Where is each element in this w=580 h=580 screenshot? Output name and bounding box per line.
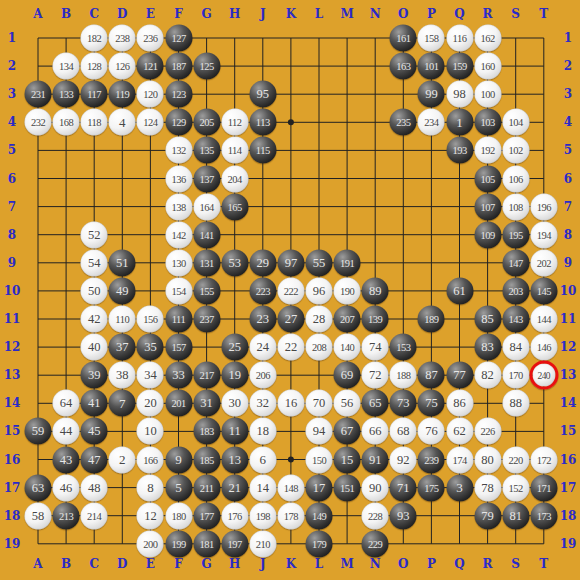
- stone-white-E14: 20: [137, 390, 164, 417]
- stone-black-K11: 27: [277, 306, 304, 333]
- stone-black-Q17: 3: [446, 474, 473, 501]
- col-label-top-Q: Q: [454, 8, 464, 20]
- stone-black-G8: 141: [193, 221, 220, 248]
- stone-white-L12: 208: [306, 334, 333, 361]
- col-label-top-R: R: [483, 8, 493, 20]
- stone-white-N17: 90: [362, 474, 389, 501]
- stone-white-E19: 200: [137, 530, 164, 557]
- stone-white-M10: 190: [334, 277, 361, 304]
- stone-white-O15: 68: [390, 418, 417, 445]
- stone-black-C13: 39: [81, 362, 108, 389]
- col-label-bottom-F: F: [174, 558, 183, 570]
- stone-white-Q1: 116: [446, 25, 473, 52]
- stone-black-L9: 55: [306, 249, 333, 276]
- stone-white-N15: 66: [362, 418, 389, 445]
- stone-white-B14: 64: [53, 390, 80, 417]
- row-label-left-11: 11: [4, 313, 21, 325]
- stone-black-Q10: 61: [446, 277, 473, 304]
- stone-white-E11: 156: [137, 306, 164, 333]
- row-label-right-19: 19: [560, 538, 577, 550]
- col-label-top-F: F: [174, 8, 183, 20]
- stone-black-P16: 239: [418, 446, 445, 473]
- stone-white-R5: 192: [474, 137, 501, 164]
- stone-black-O2: 163: [390, 53, 417, 80]
- row-label-right-13: 13: [560, 369, 577, 381]
- stone-black-O18: 93: [390, 502, 417, 529]
- stone-white-P15: 76: [418, 418, 445, 445]
- stone-white-K17: 148: [277, 474, 304, 501]
- stone-black-G14: 31: [193, 390, 220, 417]
- star-point-K4: [288, 119, 294, 125]
- stone-black-C14: 41: [81, 390, 108, 417]
- stone-black-F3: 123: [165, 81, 192, 108]
- stone-black-O4: 235: [390, 109, 417, 136]
- stone-white-T7: 196: [530, 193, 557, 220]
- go-board[interactable]: AABBCCDDEEFFGGHHJJKKLLMMNNOOPPQQRRSSTT11…: [0, 0, 580, 580]
- stone-black-L18: 149: [306, 502, 333, 529]
- stone-white-Q15: 62: [446, 418, 473, 445]
- col-label-top-K: K: [286, 8, 296, 20]
- stone-black-N10: 89: [362, 277, 389, 304]
- stone-black-D3: 119: [109, 81, 136, 108]
- row-label-left-1: 1: [8, 32, 16, 44]
- stone-black-P3: 99: [418, 81, 445, 108]
- stone-white-H6: 204: [221, 165, 248, 192]
- stone-white-B17: 46: [53, 474, 80, 501]
- stone-white-H14: 30: [221, 390, 248, 417]
- row-label-left-14: 14: [4, 397, 21, 409]
- col-label-bottom-A: A: [33, 558, 42, 570]
- stone-black-R18: 79: [474, 502, 501, 529]
- stone-black-H13: 19: [221, 362, 248, 389]
- stone-white-S17: 152: [502, 474, 529, 501]
- col-label-bottom-B: B: [61, 558, 71, 570]
- stone-black-R7: 107: [474, 193, 501, 220]
- stone-white-H18: 176: [221, 502, 248, 529]
- stone-white-R16: 80: [474, 446, 501, 473]
- stone-white-C2: 128: [81, 53, 108, 80]
- stone-white-J12: 24: [249, 334, 276, 361]
- stone-black-G18: 177: [193, 502, 220, 529]
- stone-black-J10: 223: [249, 277, 276, 304]
- stone-black-S8: 195: [502, 221, 529, 248]
- stone-black-R12: 83: [474, 334, 501, 361]
- stone-black-S9: 147: [502, 249, 529, 276]
- row-label-left-15: 15: [4, 425, 21, 437]
- stone-black-L19: 179: [306, 530, 333, 557]
- stone-white-C10: 50: [81, 277, 108, 304]
- stone-white-F6: 136: [165, 165, 192, 192]
- col-label-top-M: M: [340, 8, 353, 20]
- stone-black-O12: 153: [390, 334, 417, 361]
- stone-black-F4: 129: [165, 109, 192, 136]
- stone-white-J17: 14: [249, 474, 276, 501]
- stone-white-T12: 146: [530, 334, 557, 361]
- stone-black-H17: 21: [221, 474, 248, 501]
- stone-white-Q3: 98: [446, 81, 473, 108]
- stone-white-D11: 110: [109, 306, 136, 333]
- stone-white-J16: 6: [249, 446, 276, 473]
- stone-black-T10: 145: [530, 277, 557, 304]
- stone-black-T17: 171: [530, 474, 557, 501]
- row-label-right-3: 3: [564, 88, 572, 100]
- row-label-left-12: 12: [4, 341, 21, 353]
- stone-white-C1: 182: [81, 25, 108, 52]
- stone-white-F18: 180: [165, 502, 192, 529]
- col-label-top-G: G: [201, 8, 211, 20]
- stone-black-M9: 191: [334, 249, 361, 276]
- col-label-top-A: A: [33, 8, 42, 20]
- stone-white-J19: 210: [249, 530, 276, 557]
- stone-black-J9: 29: [249, 249, 276, 276]
- stone-black-R4: 103: [474, 109, 501, 136]
- stone-white-P4: 234: [418, 109, 445, 136]
- stone-white-M14: 56: [334, 390, 361, 417]
- stone-black-F19: 199: [165, 530, 192, 557]
- stone-black-A15: 59: [25, 418, 52, 445]
- stone-black-G10: 155: [193, 277, 220, 304]
- col-label-top-H: H: [229, 8, 240, 20]
- stone-white-C4: 118: [81, 109, 108, 136]
- stone-white-A4: 232: [25, 109, 52, 136]
- stone-black-Q4: 1: [446, 109, 473, 136]
- stone-white-A18: 58: [25, 502, 52, 529]
- stone-black-T18: 173: [530, 502, 557, 529]
- stone-black-F14: 201: [165, 390, 192, 417]
- row-label-right-2: 2: [564, 60, 572, 72]
- stone-white-E13: 34: [137, 362, 164, 389]
- stone-white-S16: 220: [502, 446, 529, 473]
- stone-black-M16: 15: [334, 446, 361, 473]
- stone-black-B16: 43: [53, 446, 80, 473]
- stone-white-F8: 142: [165, 221, 192, 248]
- row-label-left-13: 13: [4, 369, 21, 381]
- stone-white-S5: 102: [502, 137, 529, 164]
- stone-black-G16: 185: [193, 446, 220, 473]
- row-label-right-4: 4: [564, 116, 572, 128]
- row-label-right-12: 12: [560, 341, 577, 353]
- stone-white-S14: 88: [502, 390, 529, 417]
- stone-black-G15: 183: [193, 418, 220, 445]
- stone-black-F1: 127: [165, 25, 192, 52]
- stone-black-N11: 139: [362, 306, 389, 333]
- stone-black-O14: 73: [390, 390, 417, 417]
- stone-white-P1: 158: [418, 25, 445, 52]
- stone-black-M13: 69: [334, 362, 361, 389]
- stone-black-M11: 207: [334, 306, 361, 333]
- col-label-top-T: T: [539, 8, 548, 20]
- stone-black-P2: 101: [418, 53, 445, 80]
- stone-white-R1: 162: [474, 25, 501, 52]
- col-label-bottom-C: C: [89, 558, 99, 570]
- col-label-top-N: N: [370, 8, 381, 20]
- col-label-bottom-G: G: [201, 558, 211, 570]
- stone-white-D13: 38: [109, 362, 136, 389]
- stone-black-O1: 161: [390, 25, 417, 52]
- stone-white-D2: 126: [109, 53, 136, 80]
- stone-white-L15: 94: [306, 418, 333, 445]
- stone-black-O17: 71: [390, 474, 417, 501]
- stone-white-B15: 44: [53, 418, 80, 445]
- stone-white-H4: 112: [221, 109, 248, 136]
- stone-black-M17: 151: [334, 474, 361, 501]
- col-label-bottom-O: O: [398, 558, 408, 570]
- stone-black-B3: 133: [53, 81, 80, 108]
- row-label-right-14: 14: [560, 397, 577, 409]
- stone-black-J11: 23: [249, 306, 276, 333]
- stone-white-E16: 166: [137, 446, 164, 473]
- stone-white-D1: 238: [109, 25, 136, 52]
- stone-black-G2: 125: [193, 53, 220, 80]
- stone-white-R13: 82: [474, 362, 501, 389]
- stone-black-S18: 81: [502, 502, 529, 529]
- col-label-top-E: E: [146, 8, 155, 20]
- row-label-right-15: 15: [560, 425, 577, 437]
- stone-black-K9: 97: [277, 249, 304, 276]
- stone-white-F10: 154: [165, 277, 192, 304]
- stone-black-F12: 157: [165, 334, 192, 361]
- stone-white-C11: 42: [81, 306, 108, 333]
- stone-white-J14: 32: [249, 390, 276, 417]
- stone-white-E3: 120: [137, 81, 164, 108]
- col-label-bottom-D: D: [117, 558, 127, 570]
- col-label-bottom-R: R: [483, 558, 493, 570]
- stone-black-R11: 85: [474, 306, 501, 333]
- stone-white-M12: 140: [334, 334, 361, 361]
- stone-white-R15: 226: [474, 418, 501, 445]
- stone-black-M15: 67: [334, 418, 361, 445]
- stone-white-L10: 96: [306, 277, 333, 304]
- stone-white-E4: 124: [137, 109, 164, 136]
- stone-white-D4: 4: [109, 109, 136, 136]
- col-label-top-B: B: [61, 8, 71, 20]
- row-label-right-16: 16: [560, 454, 577, 466]
- stone-black-R8: 109: [474, 221, 501, 248]
- row-label-left-2: 2: [8, 60, 16, 72]
- stone-white-J18: 198: [249, 502, 276, 529]
- stone-white-S4: 104: [502, 109, 529, 136]
- col-label-top-C: C: [89, 8, 99, 20]
- row-label-left-18: 18: [4, 510, 21, 522]
- row-label-right-8: 8: [564, 229, 572, 241]
- stone-black-A17: 63: [25, 474, 52, 501]
- stone-white-S7: 108: [502, 193, 529, 220]
- stone-black-A3: 231: [25, 81, 52, 108]
- stone-white-Q16: 174: [446, 446, 473, 473]
- stone-white-F7: 138: [165, 193, 192, 220]
- stone-white-S13: 170: [502, 362, 529, 389]
- col-label-top-O: O: [398, 8, 408, 20]
- stone-white-K12: 22: [277, 334, 304, 361]
- stone-black-H7: 165: [221, 193, 248, 220]
- col-label-bottom-S: S: [511, 558, 520, 570]
- stone-black-G4: 205: [193, 109, 220, 136]
- stone-white-L11: 28: [306, 306, 333, 333]
- col-label-bottom-E: E: [146, 558, 155, 570]
- col-label-bottom-J: J: [260, 558, 266, 570]
- stone-black-G5: 135: [193, 137, 220, 164]
- row-label-right-1: 1: [564, 32, 572, 44]
- stone-white-K18: 178: [277, 502, 304, 529]
- stone-black-F11: 111: [165, 306, 192, 333]
- stone-black-G6: 137: [193, 165, 220, 192]
- stone-white-G7: 164: [193, 193, 220, 220]
- stone-black-N19: 229: [362, 530, 389, 557]
- col-label-bottom-H: H: [229, 558, 240, 570]
- stone-white-N18: 228: [362, 502, 389, 529]
- stone-white-T13-last-move: 240: [529, 361, 558, 390]
- stone-white-C8: 52: [81, 221, 108, 248]
- row-label-right-6: 6: [564, 173, 572, 185]
- col-label-top-P: P: [427, 8, 436, 20]
- stone-black-F2: 187: [165, 53, 192, 80]
- stone-black-F16: 9: [165, 446, 192, 473]
- row-label-right-9: 9: [564, 257, 572, 269]
- col-label-bottom-Q: Q: [454, 558, 464, 570]
- stone-white-R3: 100: [474, 81, 501, 108]
- stone-black-Q2: 159: [446, 53, 473, 80]
- stone-black-H16: 13: [221, 446, 248, 473]
- stone-white-E15: 10: [137, 418, 164, 445]
- stone-black-C3: 117: [81, 81, 108, 108]
- row-label-left-5: 5: [8, 144, 16, 156]
- stone-black-C15: 45: [81, 418, 108, 445]
- stone-black-H15: 11: [221, 418, 248, 445]
- stone-black-J5: 115: [249, 137, 276, 164]
- stone-white-F9: 130: [165, 249, 192, 276]
- stone-white-C12: 40: [81, 334, 108, 361]
- col-label-bottom-P: P: [427, 558, 436, 570]
- stone-black-H12: 25: [221, 334, 248, 361]
- stone-white-R17: 78: [474, 474, 501, 501]
- stone-white-S6: 106: [502, 165, 529, 192]
- col-label-top-L: L: [315, 8, 323, 20]
- row-label-right-17: 17: [560, 482, 577, 494]
- stone-black-G19: 181: [193, 530, 220, 557]
- stone-black-G13: 217: [193, 362, 220, 389]
- stone-black-J4: 113: [249, 109, 276, 136]
- stone-black-Q5: 193: [446, 137, 473, 164]
- row-label-right-10: 10: [560, 285, 577, 297]
- stone-black-S10: 203: [502, 277, 529, 304]
- stone-white-F5: 132: [165, 137, 192, 164]
- stone-white-J13: 206: [249, 362, 276, 389]
- stone-black-Q13: 77: [446, 362, 473, 389]
- stone-black-D12: 37: [109, 334, 136, 361]
- stone-white-O16: 92: [390, 446, 417, 473]
- row-label-right-7: 7: [564, 201, 572, 213]
- stone-black-P14: 75: [418, 390, 445, 417]
- col-label-bottom-T: T: [539, 558, 548, 570]
- row-label-left-19: 19: [4, 538, 21, 550]
- stone-black-D9: 51: [109, 249, 136, 276]
- stone-black-F17: 5: [165, 474, 192, 501]
- stone-white-K10: 222: [277, 277, 304, 304]
- col-label-bottom-N: N: [370, 558, 381, 570]
- stone-black-B18: 213: [53, 502, 80, 529]
- stone-black-N16: 91: [362, 446, 389, 473]
- stone-black-P17: 175: [418, 474, 445, 501]
- stone-black-G11: 237: [193, 306, 220, 333]
- stone-white-N13: 72: [362, 362, 389, 389]
- stone-white-J15: 18: [249, 418, 276, 445]
- stone-white-E17: 8: [137, 474, 164, 501]
- stone-white-T11: 144: [530, 306, 557, 333]
- row-label-left-10: 10: [4, 285, 21, 297]
- col-label-bottom-L: L: [315, 558, 323, 570]
- col-label-top-S: S: [511, 8, 520, 20]
- stone-white-B2: 134: [53, 53, 80, 80]
- stone-black-R6: 105: [474, 165, 501, 192]
- stone-white-C9: 54: [81, 249, 108, 276]
- stone-black-G9: 131: [193, 249, 220, 276]
- stone-black-H19: 197: [221, 530, 248, 557]
- row-label-left-8: 8: [8, 229, 16, 241]
- stone-white-R2: 160: [474, 53, 501, 80]
- col-label-top-D: D: [117, 8, 127, 20]
- stone-white-L16: 150: [306, 446, 333, 473]
- stone-white-S12: 84: [502, 334, 529, 361]
- row-label-left-17: 17: [4, 482, 21, 494]
- stone-white-L14: 70: [306, 390, 333, 417]
- stone-white-E18: 12: [137, 502, 164, 529]
- stone-black-E2: 121: [137, 53, 164, 80]
- stone-white-T16: 172: [530, 446, 557, 473]
- stone-black-E12: 35: [137, 334, 164, 361]
- stone-white-C18: 214: [81, 502, 108, 529]
- row-label-left-3: 3: [8, 88, 16, 100]
- row-label-right-5: 5: [564, 144, 572, 156]
- col-label-bottom-M: M: [340, 558, 353, 570]
- stone-white-D16: 2: [109, 446, 136, 473]
- stone-black-G17: 211: [193, 474, 220, 501]
- stone-white-Q14: 86: [446, 390, 473, 417]
- stone-black-S11: 143: [502, 306, 529, 333]
- row-label-left-6: 6: [8, 173, 16, 185]
- stone-white-B4: 168: [53, 109, 80, 136]
- row-label-right-11: 11: [560, 313, 577, 325]
- stone-white-C17: 48: [81, 474, 108, 501]
- stone-white-K14: 16: [277, 390, 304, 417]
- stone-white-T9: 202: [530, 249, 557, 276]
- stone-black-L17: 17: [306, 474, 333, 501]
- stone-black-P11: 189: [418, 306, 445, 333]
- stone-black-C16: 47: [81, 446, 108, 473]
- stone-black-F13: 33: [165, 362, 192, 389]
- row-label-left-16: 16: [4, 454, 21, 466]
- row-label-left-9: 9: [8, 257, 16, 269]
- stone-black-H9: 53: [221, 249, 248, 276]
- stone-black-N14: 65: [362, 390, 389, 417]
- stone-black-D10: 49: [109, 277, 136, 304]
- row-label-left-4: 4: [8, 116, 16, 128]
- col-label-top-J: J: [260, 8, 266, 20]
- stone-white-O13: 188: [390, 362, 417, 389]
- stone-white-E1: 236: [137, 25, 164, 52]
- stone-black-D14: 7: [109, 390, 136, 417]
- star-point-K16: [288, 457, 294, 463]
- row-label-right-18: 18: [560, 510, 577, 522]
- col-label-bottom-K: K: [286, 558, 296, 570]
- row-label-left-7: 7: [8, 201, 16, 213]
- stone-black-J3: 95: [249, 81, 276, 108]
- stone-black-P13: 87: [418, 362, 445, 389]
- stone-white-H5: 114: [221, 137, 248, 164]
- stone-white-N12: 74: [362, 334, 389, 361]
- stone-white-T8: 194: [530, 221, 557, 248]
